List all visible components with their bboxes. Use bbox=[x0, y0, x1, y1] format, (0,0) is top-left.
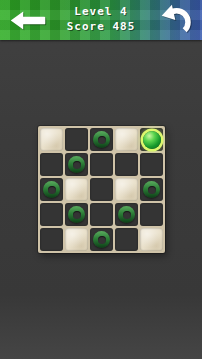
cell-r1c4[interactable] bbox=[115, 128, 138, 151]
cell-r1c2[interactable] bbox=[65, 128, 88, 151]
cell-r5c3[interactable] bbox=[90, 228, 113, 251]
cell-r4c2[interactable] bbox=[65, 203, 88, 226]
cell-r2c2[interactable] bbox=[65, 153, 88, 176]
cell-r5c4[interactable] bbox=[115, 228, 138, 251]
green-ring-piece bbox=[143, 181, 160, 198]
puzzle-board bbox=[38, 126, 165, 253]
cell-r4c3[interactable] bbox=[90, 203, 113, 226]
green-ring-piece bbox=[93, 231, 110, 248]
cell-r3c2[interactable] bbox=[65, 178, 88, 201]
cell-r3c4[interactable] bbox=[115, 178, 138, 201]
cell-r2c4[interactable] bbox=[115, 153, 138, 176]
game-screen: Level 4 Score 485 bbox=[0, 0, 202, 359]
cell-r1c1[interactable] bbox=[40, 128, 63, 151]
cell-r2c5[interactable] bbox=[140, 153, 163, 176]
green-ring-piece bbox=[68, 206, 85, 223]
green-ring-piece bbox=[93, 131, 110, 148]
green-ring-piece bbox=[118, 206, 135, 223]
undo-button[interactable] bbox=[159, 3, 195, 37]
cell-r4c4[interactable] bbox=[115, 203, 138, 226]
cell-r5c1[interactable] bbox=[40, 228, 63, 251]
cell-r4c1[interactable] bbox=[40, 203, 63, 226]
undo-arrow-icon bbox=[159, 3, 195, 37]
cell-r2c1[interactable] bbox=[40, 153, 63, 176]
cell-r4c5[interactable] bbox=[140, 203, 163, 226]
cell-r2c3[interactable] bbox=[90, 153, 113, 176]
glowing-green-orb-piece bbox=[143, 131, 161, 149]
green-ring-piece bbox=[43, 181, 60, 198]
cell-r3c5[interactable] bbox=[140, 178, 163, 201]
cell-r1c3[interactable] bbox=[90, 128, 113, 151]
cell-r3c3[interactable] bbox=[90, 178, 113, 201]
cell-r5c5[interactable] bbox=[140, 228, 163, 251]
green-ring-piece bbox=[68, 156, 85, 173]
cell-r1c5[interactable] bbox=[140, 128, 163, 151]
cell-r5c2[interactable] bbox=[65, 228, 88, 251]
cell-r3c1[interactable] bbox=[40, 178, 63, 201]
header-bar: Level 4 Score 485 bbox=[0, 0, 202, 40]
